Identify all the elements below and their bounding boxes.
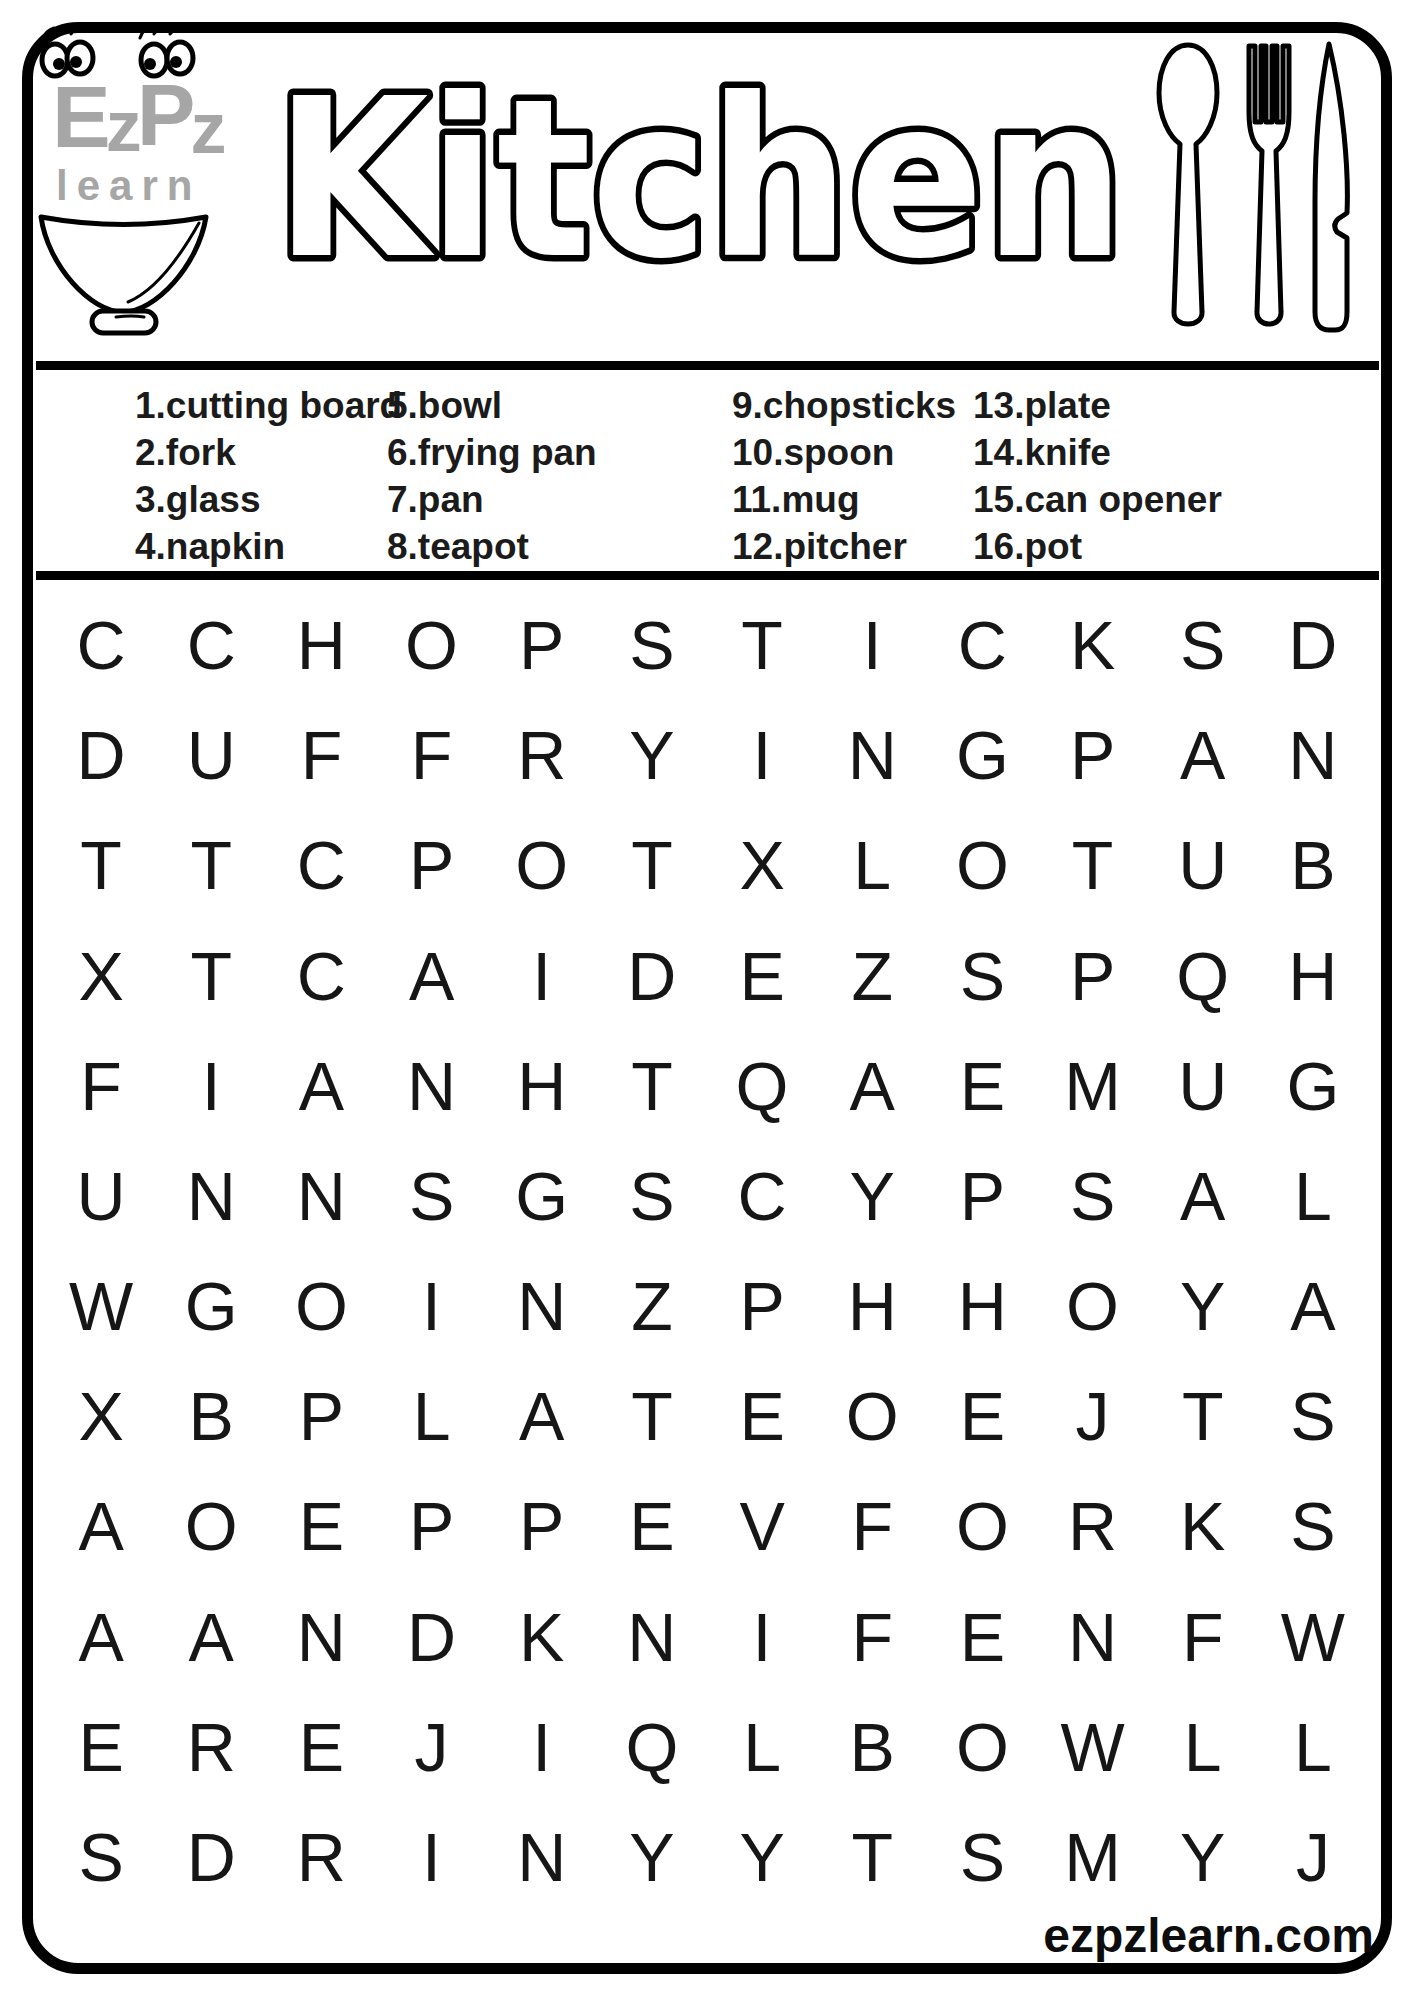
grid-cell[interactable]: Y — [597, 700, 707, 810]
grid-cell[interactable]: A — [46, 1471, 156, 1581]
grid-cell[interactable]: U — [156, 700, 266, 810]
grid-cell[interactable]: I — [707, 700, 817, 810]
grid-cell[interactable]: X — [46, 1361, 156, 1471]
grid-cell[interactable]: R — [1037, 1471, 1147, 1581]
grid-cell[interactable]: O — [817, 1361, 927, 1471]
grid-cell[interactable]: F — [1148, 1581, 1258, 1691]
grid-cell[interactable]: Q — [597, 1692, 707, 1802]
grid-cell[interactable]: C — [707, 1141, 817, 1251]
grid-cell[interactable]: W — [1258, 1581, 1368, 1691]
grid-cell[interactable]: K — [1037, 590, 1147, 700]
grid-cell[interactable]: E — [597, 1471, 707, 1581]
grid-cell[interactable]: P — [1037, 920, 1147, 1030]
grid-cell[interactable]: C — [266, 920, 376, 1030]
grid-cell[interactable]: T — [597, 810, 707, 920]
grid-cell[interactable]: A — [817, 1031, 927, 1141]
grid-cell[interactable]: P — [487, 590, 597, 700]
grid-cell[interactable]: U — [46, 1141, 156, 1251]
word-list-column: 5.bowl6.frying pan7.pan8.teapot — [387, 382, 597, 570]
grid-cell[interactable]: R — [156, 1692, 266, 1802]
grid-cell[interactable]: O — [156, 1471, 266, 1581]
grid-cell[interactable]: J — [376, 1692, 486, 1802]
logo-letter: z — [106, 85, 137, 167]
grid-cell[interactable]: T — [156, 810, 266, 920]
grid-cell[interactable]: N — [597, 1581, 707, 1691]
grid-cell[interactable]: O — [927, 1471, 1037, 1581]
grid-cell[interactable]: S — [1258, 1361, 1368, 1471]
grid-cell[interactable]: E — [707, 920, 817, 1030]
word-list-item: 9.chopsticks — [732, 382, 956, 429]
word-list-item: 13.plate — [973, 382, 1222, 429]
word-list-item: 11.mug — [732, 476, 956, 523]
grid-cell[interactable]: S — [597, 1141, 707, 1251]
grid-cell[interactable]: O — [487, 810, 597, 920]
worksheet-title: Kitchen — [250, 50, 1150, 290]
grid-cell[interactable]: S — [597, 590, 707, 700]
grid-cell[interactable]: K — [487, 1581, 597, 1691]
grid-cell[interactable]: N — [376, 1031, 486, 1141]
grid-cell[interactable]: A — [487, 1361, 597, 1471]
grid-cell[interactable]: P — [707, 1251, 817, 1361]
grid-cell[interactable]: D — [156, 1802, 266, 1912]
grid-cell[interactable]: T — [597, 1361, 707, 1471]
grid-cell[interactable]: N — [817, 700, 927, 810]
fork-icon — [1238, 40, 1300, 340]
grid-cell[interactable]: T — [156, 920, 266, 1030]
grid-cell[interactable]: A — [1258, 1251, 1368, 1361]
word-list-item: 16.pot — [973, 523, 1222, 570]
grid-cell[interactable]: S — [927, 920, 1037, 1030]
grid-cell[interactable]: Y — [1148, 1251, 1258, 1361]
grid-cell[interactable]: O — [266, 1251, 376, 1361]
grid-cell[interactable]: S — [46, 1802, 156, 1912]
grid-cell[interactable]: P — [376, 1471, 486, 1581]
grid-cell[interactable]: O — [1037, 1251, 1147, 1361]
word-list-item: 8.teapot — [387, 523, 597, 570]
word-list-item: 3.glass — [135, 476, 402, 523]
grid-cell[interactable]: Z — [597, 1251, 707, 1361]
grid-cell[interactable]: N — [1258, 700, 1368, 810]
grid-cell[interactable]: A — [46, 1581, 156, 1691]
word-list-item: 7.pan — [387, 476, 597, 523]
word-list-item: 15.can opener — [973, 476, 1222, 523]
grid-cell[interactable]: X — [46, 920, 156, 1030]
grid-cell[interactable]: E — [266, 1692, 376, 1802]
grid-cell[interactable]: I — [707, 1581, 817, 1691]
grid-cell[interactable]: Y — [707, 1802, 817, 1912]
grid-cell[interactable]: R — [487, 700, 597, 810]
grid-cell[interactable]: G — [156, 1251, 266, 1361]
grid-cell[interactable]: T — [597, 1031, 707, 1141]
grid-cell[interactable]: O — [376, 590, 486, 700]
grid-cell[interactable]: N — [487, 1802, 597, 1912]
word-list-item: 2.fork — [135, 429, 402, 476]
grid-cell[interactable]: F — [817, 1471, 927, 1581]
grid-cell[interactable]: A — [1148, 700, 1258, 810]
word-list-item: 12.pitcher — [732, 523, 956, 570]
grid-cell[interactable]: L — [817, 810, 927, 920]
grid-cell[interactable]: D — [1258, 590, 1368, 700]
website-text: ezpzlearn.com — [1043, 1908, 1374, 1963]
word-list-column: 1.cutting board2.fork3.glass4.napkin — [135, 382, 402, 570]
grid-cell[interactable]: Y — [817, 1141, 927, 1251]
grid-cell[interactable]: N — [1037, 1581, 1147, 1691]
grid-cell[interactable]: P — [1037, 700, 1147, 810]
grid-cell[interactable]: T — [1037, 810, 1147, 920]
grid-cell[interactable]: H — [817, 1251, 927, 1361]
grid-cell[interactable]: A — [376, 920, 486, 1030]
grid-cell[interactable]: Y — [1148, 1802, 1258, 1912]
grid-cell[interactable]: D — [597, 920, 707, 1030]
grid-cell[interactable]: Y — [597, 1802, 707, 1912]
grid-cell[interactable]: I — [376, 1251, 486, 1361]
bowl-icon — [36, 210, 211, 352]
word-list-item: 5.bowl — [387, 382, 597, 429]
grid-cell[interactable]: F — [46, 1031, 156, 1141]
grid-cell[interactable]: A — [1148, 1141, 1258, 1251]
grid-cell[interactable]: T — [707, 590, 817, 700]
word-list-item: 10.spoon — [732, 429, 956, 476]
grid-cell[interactable]: L — [1258, 1692, 1368, 1802]
grid-cell[interactable]: N — [487, 1251, 597, 1361]
word-list: 1.cutting board2.fork3.glass4.napkin 5.b… — [0, 382, 1414, 572]
grid-cell[interactable]: B — [1258, 810, 1368, 920]
grid-cell[interactable]: P — [266, 1361, 376, 1471]
grid-cell[interactable]: I — [376, 1802, 486, 1912]
logo-letter: P — [137, 64, 191, 166]
grid-cell[interactable]: L — [1148, 1692, 1258, 1802]
word-list-item: 4.napkin — [135, 523, 402, 570]
grid-cell[interactable]: W — [46, 1251, 156, 1361]
grid-cell[interactable]: E — [927, 1581, 1037, 1691]
title-text: Kitchen — [275, 51, 1125, 290]
grid-cell[interactable]: Z — [817, 920, 927, 1030]
logo-learn-text: learn — [56, 162, 201, 210]
grid-cell[interactable]: G — [1258, 1031, 1368, 1141]
grid-cell[interactable]: S — [376, 1141, 486, 1251]
grid-cell[interactable]: G — [487, 1141, 597, 1251]
grid-cell[interactable]: V — [707, 1471, 817, 1581]
word-list-item: 14.knife — [973, 429, 1222, 476]
grid-cell[interactable]: X — [707, 810, 817, 920]
knife-icon — [1306, 40, 1356, 340]
grid-cell[interactable]: F — [817, 1581, 927, 1691]
logo-letter: E — [52, 66, 106, 168]
grid-cell[interactable]: N — [156, 1141, 266, 1251]
logo-letter: z — [190, 87, 221, 169]
grid-cell[interactable]: G — [927, 700, 1037, 810]
word-list-item: 6.frying pan — [387, 429, 597, 476]
grid-cell[interactable]: T — [817, 1802, 927, 1912]
logo-text: EzPz — [52, 66, 221, 168]
grid-cell[interactable]: I — [487, 920, 597, 1030]
grid-cell[interactable]: R — [266, 1802, 376, 1912]
grid-cell[interactable]: C — [156, 590, 266, 700]
grid-cell[interactable]: F — [376, 700, 486, 810]
grid-cell[interactable]: B — [817, 1692, 927, 1802]
grid-cell[interactable]: U — [1148, 1031, 1258, 1141]
grid-cell[interactable]: I — [817, 590, 927, 700]
grid-cell[interactable]: C — [46, 590, 156, 700]
grid-cell[interactable]: N — [266, 1141, 376, 1251]
grid-cell[interactable]: H — [266, 590, 376, 700]
grid-cell[interactable]: S — [1148, 590, 1258, 700]
grid-cell[interactable]: P — [927, 1141, 1037, 1251]
grid-cell[interactable]: T — [46, 810, 156, 920]
grid-cell[interactable]: B — [156, 1361, 266, 1471]
grid-cell[interactable]: A — [266, 1031, 376, 1141]
grid-cell[interactable]: S — [1037, 1141, 1147, 1251]
word-list-column: 13.plate14.knife15.can opener16.pot — [973, 382, 1222, 570]
grid-cell[interactable]: T — [1148, 1361, 1258, 1471]
grid-cell[interactable]: C — [927, 590, 1037, 700]
grid-cell[interactable]: O — [927, 810, 1037, 920]
word-list-column: 9.chopsticks10.spoon11.mug12.pitcher — [732, 382, 956, 570]
grid-cell[interactable]: O — [927, 1692, 1037, 1802]
grid-cell[interactable]: S — [1258, 1471, 1368, 1581]
word-list-item: 1.cutting board — [135, 382, 402, 429]
header-divider — [36, 361, 1379, 370]
grid-cell[interactable]: J — [1258, 1802, 1368, 1912]
grid-cell[interactable]: H — [927, 1251, 1037, 1361]
grid-cell[interactable]: K — [1148, 1471, 1258, 1581]
grid-cell[interactable]: J — [1037, 1361, 1147, 1471]
grid-cell[interactable]: M — [1037, 1031, 1147, 1141]
grid-cell[interactable]: N — [266, 1581, 376, 1691]
grid-cell[interactable]: S — [927, 1802, 1037, 1912]
grid-cell[interactable]: L — [376, 1361, 486, 1471]
grid-cell[interactable]: E — [927, 1361, 1037, 1471]
grid-cell[interactable]: L — [1258, 1141, 1368, 1251]
wordlist-divider — [36, 571, 1379, 580]
letter-grid: CCHOPSTICKSDDUFFRYINGPANTTCPOTXLOTUBXTCA… — [46, 590, 1368, 1912]
grid-cell[interactable]: E — [927, 1031, 1037, 1141]
grid-cell[interactable]: D — [376, 1581, 486, 1691]
grid-cell[interactable]: L — [707, 1692, 817, 1802]
grid-cell[interactable]: W — [1037, 1692, 1147, 1802]
grid-cell[interactable]: D — [46, 700, 156, 810]
grid-cell[interactable]: F — [266, 700, 376, 810]
grid-cell[interactable]: I — [487, 1692, 597, 1802]
grid-cell[interactable]: P — [487, 1471, 597, 1581]
grid-cell[interactable]: H — [1258, 920, 1368, 1030]
grid-cell[interactable]: Q — [707, 1031, 817, 1141]
grid-cell[interactable]: P — [376, 810, 486, 920]
grid-cell[interactable]: I — [156, 1031, 266, 1141]
grid-cell[interactable]: H — [487, 1031, 597, 1141]
grid-cell[interactable]: C — [266, 810, 376, 920]
grid-cell[interactable]: E — [46, 1692, 156, 1802]
grid-cell[interactable]: M — [1037, 1802, 1147, 1912]
grid-cell[interactable]: A — [156, 1581, 266, 1691]
grid-cell[interactable]: Q — [1148, 920, 1258, 1030]
spoon-icon — [1152, 40, 1224, 340]
grid-cell[interactable]: E — [707, 1361, 817, 1471]
grid-cell[interactable]: E — [266, 1471, 376, 1581]
grid-cell[interactable]: U — [1148, 810, 1258, 920]
